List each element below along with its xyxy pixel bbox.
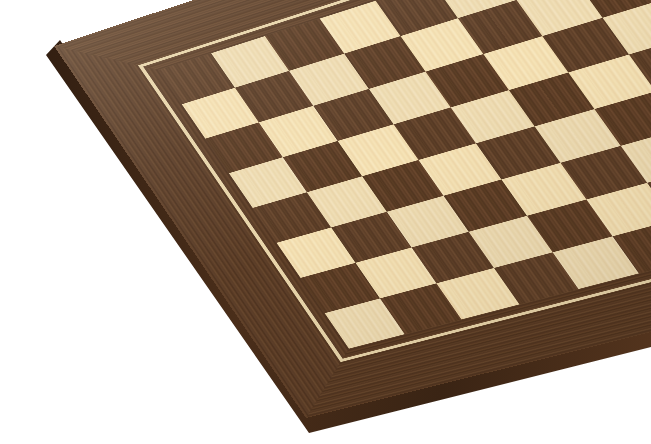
product-photo-stage: [0, 0, 651, 444]
